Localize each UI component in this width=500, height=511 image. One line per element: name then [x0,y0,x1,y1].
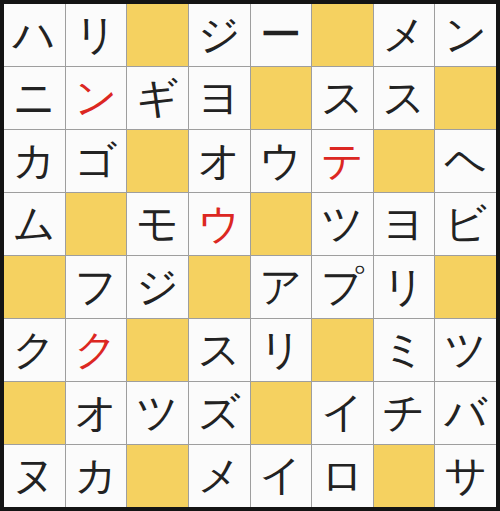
letter-cell-r6c2[interactable]: ク [66,319,127,381]
letter-cell-r1c2[interactable]: リ [66,4,127,66]
letter-cell-r7c4[interactable]: ズ [189,382,250,444]
crossword-board: ハリジーメンニンギヨススカゴオウテヘムモウツヨビフジアプリククスリミツオツズイチ… [4,4,496,507]
letter-cell-r4c1[interactable]: ム [4,193,65,255]
letter-cell-r7c3[interactable]: ツ [127,382,188,444]
blocked-cell-r6c6 [312,319,373,381]
letter-cell-r3c5[interactable]: ウ [251,130,312,192]
letter-cell-r7c6[interactable]: イ [312,382,373,444]
blocked-cell-r8c7 [374,445,435,507]
letter-cell-r8c1[interactable]: ヌ [4,445,65,507]
blocked-cell-r2c8 [435,67,496,129]
blocked-cell-r7c5 [251,382,312,444]
letter-cell-r3c4[interactable]: オ [189,130,250,192]
letter-cell-r7c7[interactable]: チ [374,382,435,444]
blocked-cell-r5c4 [189,256,250,318]
letter-cell-r8c2[interactable]: カ [66,445,127,507]
letter-cell-r2c4[interactable]: ヨ [189,67,250,129]
blocked-cell-r5c1 [4,256,65,318]
letter-cell-r4c6[interactable]: ツ [312,193,373,255]
letter-cell-r4c7[interactable]: ヨ [374,193,435,255]
blocked-cell-r4c5 [251,193,312,255]
letter-cell-r5c2[interactable]: フ [66,256,127,318]
letter-cell-r3c6[interactable]: テ [312,130,373,192]
blocked-cell-r2c5 [251,67,312,129]
crossword-board-frame: ハリジーメンニンギヨススカゴオウテヘムモウツヨビフジアプリククスリミツオツズイチ… [0,0,500,511]
letter-cell-r2c1[interactable]: ニ [4,67,65,129]
letter-cell-r8c6[interactable]: ロ [312,445,373,507]
blocked-cell-r7c1 [4,382,65,444]
letter-cell-r6c4[interactable]: ス [189,319,250,381]
letter-cell-r6c8[interactable]: ツ [435,319,496,381]
letter-cell-r4c8[interactable]: ビ [435,193,496,255]
letter-cell-r1c8[interactable]: ン [435,4,496,66]
letter-cell-r1c7[interactable]: メ [374,4,435,66]
letter-cell-r7c8[interactable]: バ [435,382,496,444]
blocked-cell-r5c8 [435,256,496,318]
letter-cell-r2c7[interactable]: ス [374,67,435,129]
letter-cell-r2c2[interactable]: ン [66,67,127,129]
blocked-cell-r8c3 [127,445,188,507]
letter-cell-r2c3[interactable]: ギ [127,67,188,129]
letter-cell-r8c4[interactable]: メ [189,445,250,507]
letter-cell-r6c1[interactable]: ク [4,319,65,381]
letter-cell-r5c7[interactable]: リ [374,256,435,318]
letter-cell-r3c2[interactable]: ゴ [66,130,127,192]
blocked-cell-r6c3 [127,319,188,381]
blocked-cell-r4c2 [66,193,127,255]
letter-cell-r6c7[interactable]: ミ [374,319,435,381]
blocked-cell-r3c3 [127,130,188,192]
letter-cell-r4c4[interactable]: ウ [189,193,250,255]
letter-cell-r1c5[interactable]: ー [251,4,312,66]
letter-cell-r8c5[interactable]: イ [251,445,312,507]
letter-cell-r7c2[interactable]: オ [66,382,127,444]
letter-cell-r2c6[interactable]: ス [312,67,373,129]
letter-cell-r6c5[interactable]: リ [251,319,312,381]
letter-cell-r3c1[interactable]: カ [4,130,65,192]
blocked-cell-r1c3 [127,4,188,66]
blocked-cell-r3c7 [374,130,435,192]
letter-cell-r1c4[interactable]: ジ [189,4,250,66]
letter-cell-r5c6[interactable]: プ [312,256,373,318]
letter-cell-r8c8[interactable]: サ [435,445,496,507]
letter-cell-r1c1[interactable]: ハ [4,4,65,66]
letter-cell-r3c8[interactable]: ヘ [435,130,496,192]
letter-cell-r5c3[interactable]: ジ [127,256,188,318]
letter-cell-r5c5[interactable]: ア [251,256,312,318]
blocked-cell-r1c6 [312,4,373,66]
letter-cell-r4c3[interactable]: モ [127,193,188,255]
